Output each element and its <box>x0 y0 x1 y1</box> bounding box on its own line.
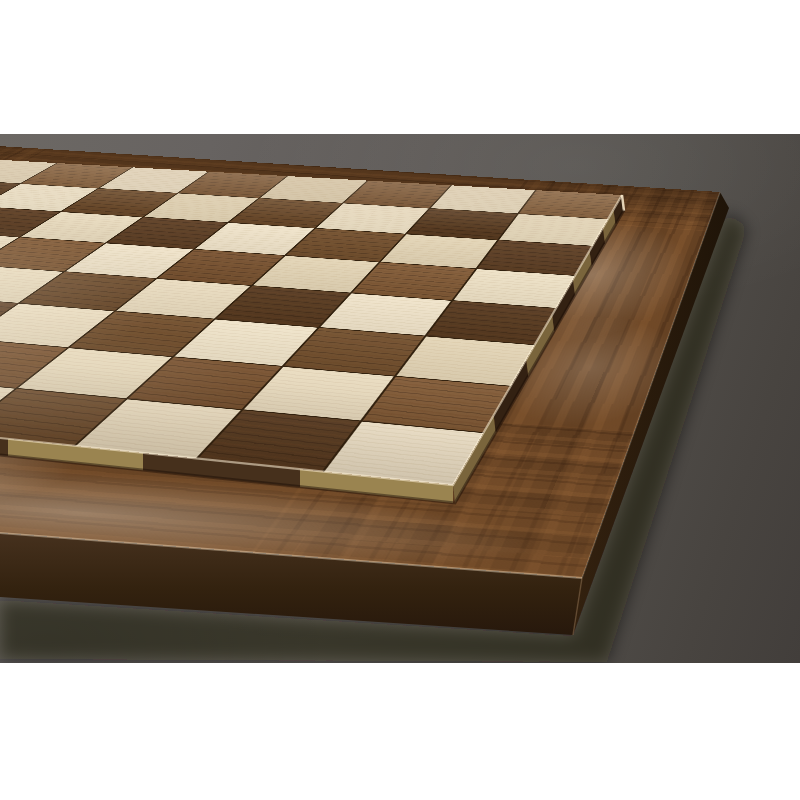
letterbox-top <box>0 0 800 134</box>
letterbox-bottom <box>0 663 800 800</box>
base-corner-edge <box>573 578 582 635</box>
page <box>0 0 800 800</box>
board-photo-scene <box>0 134 800 663</box>
